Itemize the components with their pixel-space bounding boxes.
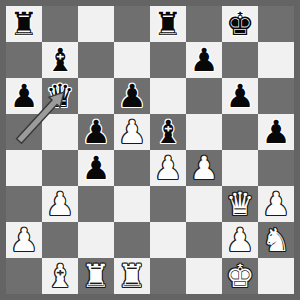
square-h2[interactable]: ♞ [258,222,294,258]
square-g1[interactable]: ♚ [222,258,258,294]
square-b6[interactable]: ♛ [42,78,78,114]
square-h8[interactable] [258,6,294,42]
square-h7[interactable] [258,42,294,78]
square-d6[interactable]: ♟ [114,78,150,114]
square-h3[interactable]: ♟ [258,186,294,222]
piece-white-queen[interactable]: ♛ [226,186,255,222]
piece-white-king[interactable]: ♚ [226,258,255,294]
piece-black-rook[interactable]: ♜ [10,6,39,42]
square-b4[interactable] [42,150,78,186]
square-c6[interactable] [78,78,114,114]
square-h6[interactable] [258,78,294,114]
square-a1[interactable] [6,258,42,294]
square-b1[interactable]: ♝ [42,258,78,294]
square-c5[interactable]: ♟ [78,114,114,150]
piece-black-bishop[interactable]: ♝ [46,42,75,78]
square-g6[interactable]: ♟ [222,78,258,114]
square-e3[interactable] [150,186,186,222]
square-e1[interactable] [150,258,186,294]
square-f1[interactable] [186,258,222,294]
square-d1[interactable]: ♜ [114,258,150,294]
square-f8[interactable] [186,6,222,42]
square-h4[interactable] [258,150,294,186]
piece-white-pawn[interactable]: ♟ [190,150,219,186]
square-f4[interactable]: ♟ [186,150,222,186]
square-d8[interactable] [114,6,150,42]
square-e8[interactable]: ♜ [150,6,186,42]
square-h1[interactable] [258,258,294,294]
piece-white-pawn[interactable]: ♟ [118,114,147,150]
piece-white-pawn[interactable]: ♟ [262,186,291,222]
square-g2[interactable]: ♟ [222,222,258,258]
piece-black-pawn[interactable]: ♟ [226,78,255,114]
square-f3[interactable] [186,186,222,222]
piece-black-queen[interactable]: ♛ [46,78,75,114]
square-a5[interactable] [6,114,42,150]
piece-white-pawn[interactable]: ♟ [154,150,183,186]
square-f6[interactable] [186,78,222,114]
square-a4[interactable] [6,150,42,186]
square-h5[interactable]: ♟ [258,114,294,150]
square-f5[interactable] [186,114,222,150]
square-d3[interactable] [114,186,150,222]
piece-black-pawn[interactable]: ♟ [82,114,111,150]
square-e7[interactable] [150,42,186,78]
square-d7[interactable] [114,42,150,78]
square-b8[interactable] [42,6,78,42]
piece-black-rook[interactable]: ♜ [154,6,183,42]
square-e6[interactable] [150,78,186,114]
square-c2[interactable] [78,222,114,258]
chess-board: ♜♜♚♝♟♟♛♟♟♟♟♝♟♟♟♟♟♛♟♟♟♞♝♜♜♚ [6,6,294,294]
square-g5[interactable] [222,114,258,150]
square-b2[interactable] [42,222,78,258]
square-e4[interactable]: ♟ [150,150,186,186]
square-c1[interactable]: ♜ [78,258,114,294]
piece-black-pawn[interactable]: ♟ [190,42,219,78]
square-d4[interactable] [114,150,150,186]
square-c8[interactable] [78,6,114,42]
square-e2[interactable] [150,222,186,258]
piece-white-knight[interactable]: ♞ [262,222,291,258]
square-b7[interactable]: ♝ [42,42,78,78]
square-c7[interactable] [78,42,114,78]
square-g3[interactable]: ♛ [222,186,258,222]
piece-white-pawn[interactable]: ♟ [46,186,75,222]
piece-black-pawn[interactable]: ♟ [82,150,111,186]
square-b3[interactable]: ♟ [42,186,78,222]
piece-white-rook[interactable]: ♜ [118,258,147,294]
square-f2[interactable] [186,222,222,258]
piece-white-pawn[interactable]: ♟ [10,222,39,258]
piece-black-pawn[interactable]: ♟ [10,78,39,114]
piece-black-king[interactable]: ♚ [226,6,255,42]
square-g4[interactable] [222,150,258,186]
piece-black-pawn[interactable]: ♟ [118,78,147,114]
piece-white-pawn[interactable]: ♟ [226,222,255,258]
square-e5[interactable]: ♝ [150,114,186,150]
square-c3[interactable] [78,186,114,222]
square-a6[interactable]: ♟ [6,78,42,114]
square-a2[interactable]: ♟ [6,222,42,258]
square-a3[interactable] [6,186,42,222]
piece-white-bishop[interactable]: ♝ [46,258,75,294]
square-g8[interactable]: ♚ [222,6,258,42]
square-f7[interactable]: ♟ [186,42,222,78]
piece-black-pawn[interactable]: ♟ [262,114,291,150]
square-c4[interactable]: ♟ [78,150,114,186]
square-d2[interactable] [114,222,150,258]
square-a8[interactable]: ♜ [6,6,42,42]
square-b5[interactable] [42,114,78,150]
piece-black-bishop[interactable]: ♝ [154,114,183,150]
piece-white-rook[interactable]: ♜ [82,258,111,294]
square-a7[interactable] [6,42,42,78]
square-d5[interactable]: ♟ [114,114,150,150]
square-g7[interactable] [222,42,258,78]
